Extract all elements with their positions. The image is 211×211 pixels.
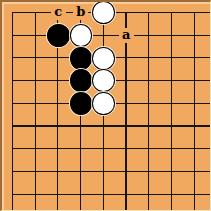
black-stone xyxy=(70,69,93,92)
black-stone xyxy=(70,47,93,70)
point-label-c: c xyxy=(51,5,66,20)
goban[interactable]: cba xyxy=(1,1,205,205)
black-stone xyxy=(47,24,70,47)
white-stone xyxy=(92,92,115,115)
white-stone xyxy=(70,24,93,47)
go-corner-diagram: cba xyxy=(0,0,211,211)
black-stone xyxy=(70,92,93,115)
white-stone xyxy=(92,1,115,24)
point-label-b: b xyxy=(73,5,88,20)
point-label-a: a xyxy=(119,28,134,43)
white-stone xyxy=(92,47,115,70)
white-stone xyxy=(92,69,115,92)
